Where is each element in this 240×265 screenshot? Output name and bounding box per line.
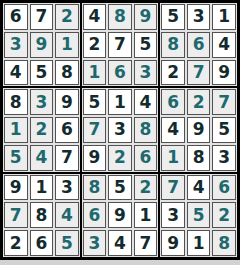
cell-r5c3: 6 — [55, 117, 79, 143]
box-r3c2: 852691347 — [82, 174, 159, 257]
cell-r2c5: 7 — [108, 32, 132, 58]
cell-r6c4: 9 — [83, 145, 107, 171]
cell-r5c6[interactable]: 8 — [134, 117, 158, 143]
cell-r6c5[interactable]: 2 — [108, 145, 132, 171]
sudoku-page: 6723914584892751635318642798391265475147… — [0, 0, 240, 265]
box-r3c1: 913784265 — [3, 174, 80, 257]
cell-r7c4[interactable]: 8 — [83, 175, 107, 201]
cell-r5c1[interactable]: 1 — [4, 117, 28, 143]
cell-r6c2[interactable]: 4 — [30, 145, 54, 171]
cell-r9c3[interactable]: 5 — [55, 230, 79, 256]
box-r1c1: 672391458 — [3, 3, 80, 86]
cell-r4c3: 9 — [55, 89, 79, 115]
cell-r1c7: 5 — [161, 4, 185, 30]
cell-r2c7[interactable]: 8 — [161, 32, 185, 58]
cell-r8c5: 9 — [108, 202, 132, 228]
cell-r4c8[interactable]: 2 — [187, 89, 211, 115]
cell-r5c2[interactable]: 2 — [30, 117, 54, 143]
cell-r9c1: 2 — [4, 230, 28, 256]
box-r2c2: 514738926 — [82, 88, 159, 171]
cell-r8c4[interactable]: 6 — [83, 202, 107, 228]
cell-r1c8: 3 — [187, 4, 211, 30]
cell-r3c9: 9 — [212, 60, 236, 86]
box-r3c3: 746352918 — [160, 174, 237, 257]
cell-r9c2: 6 — [30, 230, 54, 256]
cell-r5c7: 4 — [161, 117, 185, 143]
cell-r7c2: 1 — [30, 175, 54, 201]
cell-r4c4: 5 — [83, 89, 107, 115]
cell-r8c7: 3 — [161, 202, 185, 228]
cell-r8c3[interactable]: 4 — [55, 202, 79, 228]
cell-r4c9[interactable]: 7 — [212, 89, 236, 115]
cell-r9c7: 9 — [161, 230, 185, 256]
cell-r1c2: 7 — [30, 4, 54, 30]
cell-r2c3[interactable]: 1 — [55, 32, 79, 58]
cell-r5c5: 3 — [108, 117, 132, 143]
cell-r2c2[interactable]: 9 — [30, 32, 54, 58]
cell-r3c7: 2 — [161, 60, 185, 86]
cell-r4c6: 4 — [134, 89, 158, 115]
cell-r3c6[interactable]: 3 — [134, 60, 158, 86]
cell-r6c1[interactable]: 5 — [4, 145, 28, 171]
cell-r9c9[interactable]: 8 — [212, 230, 236, 256]
box-r2c1: 839126547 — [3, 88, 80, 171]
cell-r3c1: 4 — [4, 60, 28, 86]
cell-r7c1: 9 — [4, 175, 28, 201]
cell-r4c1: 8 — [4, 89, 28, 115]
cell-r9c4[interactable]: 3 — [83, 230, 107, 256]
cell-r6c9: 3 — [212, 145, 236, 171]
cell-r7c6[interactable]: 2 — [134, 175, 158, 201]
cell-r4c5: 1 — [108, 89, 132, 115]
cell-r8c2: 8 — [30, 202, 54, 228]
cell-r1c6[interactable]: 9 — [134, 4, 158, 30]
cell-r6c7[interactable]: 1 — [161, 145, 185, 171]
box-r1c2: 489275163 — [82, 3, 159, 86]
cell-r9c5: 4 — [108, 230, 132, 256]
cell-r3c5[interactable]: 6 — [108, 60, 132, 86]
cell-r7c3: 3 — [55, 175, 79, 201]
cell-r7c5: 5 — [108, 175, 132, 201]
cell-r2c1[interactable]: 3 — [4, 32, 28, 58]
cell-r6c3: 7 — [55, 145, 79, 171]
cell-r8c9[interactable]: 2 — [212, 202, 236, 228]
cell-r2c8[interactable]: 6 — [187, 32, 211, 58]
cell-r3c4[interactable]: 1 — [83, 60, 107, 86]
cell-r4c2[interactable]: 3 — [30, 89, 54, 115]
cell-r6c6[interactable]: 6 — [134, 145, 158, 171]
cell-r5c4[interactable]: 7 — [83, 117, 107, 143]
box-r1c3: 531864279 — [160, 3, 237, 86]
cell-r8c8[interactable]: 5 — [187, 202, 211, 228]
cell-r1c1: 6 — [4, 4, 28, 30]
cell-r8c6: 1 — [134, 202, 158, 228]
cell-r8c1[interactable]: 7 — [4, 202, 28, 228]
cell-r7c9[interactable]: 6 — [212, 175, 236, 201]
cell-r1c9: 1 — [212, 4, 236, 30]
sudoku-board: 6723914584892751635318642798391265475147… — [0, 0, 240, 260]
cell-r1c3[interactable]: 2 — [55, 4, 79, 30]
cell-r3c8[interactable]: 7 — [187, 60, 211, 86]
cell-r2c6: 5 — [134, 32, 158, 58]
cell-r3c2: 5 — [30, 60, 54, 86]
cell-r7c8: 4 — [187, 175, 211, 201]
cell-r5c9: 5 — [212, 117, 236, 143]
cell-r1c5[interactable]: 8 — [108, 4, 132, 30]
cell-r6c8: 8 — [187, 145, 211, 171]
cell-r7c7[interactable]: 7 — [161, 175, 185, 201]
cell-r5c8: 9 — [187, 117, 211, 143]
cell-r2c9: 4 — [212, 32, 236, 58]
cell-r2c4: 2 — [83, 32, 107, 58]
cell-r9c8: 1 — [187, 230, 211, 256]
cell-r1c4: 4 — [83, 4, 107, 30]
cell-r3c3: 8 — [55, 60, 79, 86]
cell-r9c6: 7 — [134, 230, 158, 256]
cell-r4c7[interactable]: 6 — [161, 89, 185, 115]
box-r2c3: 627495183 — [160, 88, 237, 171]
